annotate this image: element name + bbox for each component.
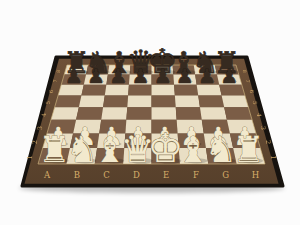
file-label-a: A <box>43 170 51 180</box>
piece-black-pawn-a7[interactable]: ♟ <box>65 64 83 88</box>
file-label-b: B <box>74 170 81 180</box>
square-d4[interactable] <box>126 107 151 120</box>
square-f4[interactable] <box>176 107 202 120</box>
piece-white-rook-h1[interactable]: ♜ <box>233 129 265 170</box>
piece-black-pawn-f7[interactable]: ♟ <box>176 64 194 88</box>
piece-black-pawn-b7[interactable]: ♟ <box>87 64 105 88</box>
rank-label-left-1: 1 <box>26 155 34 159</box>
square-a5[interactable] <box>55 96 82 108</box>
chessboard-scene: ABCDEFGH1122334455667788♜♞♝♛♚♝♞♜♟♟♟♟♟♟♟♟… <box>0 0 300 225</box>
square-b4[interactable] <box>76 107 103 120</box>
piece-black-pawn-h7[interactable]: ♟ <box>220 64 238 88</box>
piece-black-pawn-d7[interactable]: ♟ <box>131 64 149 88</box>
square-e4[interactable] <box>152 107 177 120</box>
chessboard: ABCDEFGH1122334455667788♜♞♝♛♚♝♞♜♟♟♟♟♟♟♟♟… <box>0 0 300 225</box>
rank-label-left-8: 8 <box>56 70 61 73</box>
square-c5[interactable] <box>103 96 128 108</box>
square-d5[interactable] <box>127 96 151 108</box>
file-label-d: D <box>133 170 140 180</box>
piece-black-pawn-g7[interactable]: ♟ <box>198 64 216 88</box>
square-f5[interactable] <box>175 96 200 108</box>
piece-black-pawn-e7[interactable]: ♟ <box>154 64 172 88</box>
file-label-c: C <box>103 170 110 180</box>
square-b5[interactable] <box>79 96 105 108</box>
rank-label-left-4: 4 <box>41 113 47 117</box>
rank-label-right-7: 7 <box>245 79 251 82</box>
file-label-g: G <box>222 170 229 180</box>
rank-label-left-7: 7 <box>52 79 58 82</box>
piece-black-pawn-c7[interactable]: ♟ <box>109 64 127 88</box>
square-g4[interactable] <box>200 107 227 120</box>
square-e5[interactable] <box>152 96 176 108</box>
file-label-e: E <box>163 170 170 180</box>
rank-label-right-4: 4 <box>256 113 262 117</box>
square-a4[interactable] <box>51 107 79 120</box>
file-label-h: H <box>252 170 260 180</box>
square-g5[interactable] <box>198 96 224 108</box>
rank-label-right-8: 8 <box>242 70 247 73</box>
rank-label-right-1: 1 <box>269 155 277 159</box>
square-h5[interactable] <box>222 96 249 108</box>
rank-label-left-5: 5 <box>45 101 51 105</box>
rank-label-right-2: 2 <box>264 140 272 144</box>
square-h4[interactable] <box>224 107 252 120</box>
file-label-f: F <box>193 170 199 180</box>
rank-label-right-5: 5 <box>252 101 258 105</box>
square-c4[interactable] <box>101 107 127 120</box>
